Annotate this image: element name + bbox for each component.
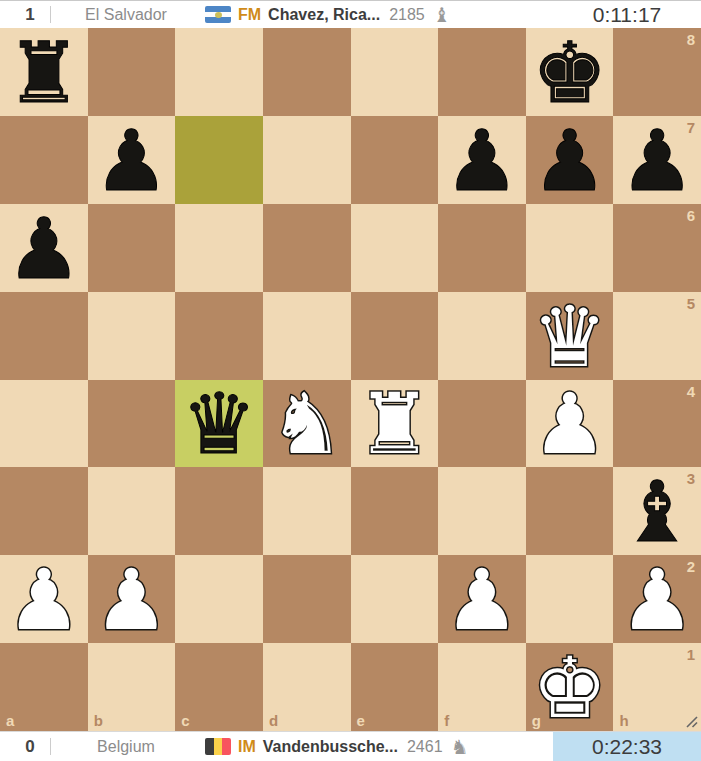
square-h5[interactable]: 5 — [613, 292, 701, 380]
square-g1[interactable]: ♚g — [526, 643, 614, 731]
rank-label-5: 5 — [687, 296, 695, 311]
square-b2[interactable]: ♟ — [88, 555, 176, 643]
knight-material-icon: ♞ — [451, 737, 469, 757]
square-d4[interactable]: ♞ — [263, 380, 351, 468]
square-h8[interactable]: 8 — [613, 28, 701, 116]
file-label-e: e — [357, 713, 365, 728]
top-player-title: FM — [238, 6, 261, 24]
file-label-a: a — [6, 713, 14, 728]
square-b7[interactable]: ♟ — [88, 116, 176, 204]
square-h1[interactable]: h1 — [613, 643, 701, 731]
piece-black-rook[interactable]: ♜ — [6, 31, 81, 115]
square-d6[interactable] — [263, 204, 351, 292]
chess-board: ♜♚8♟♟♟♟7♟6♛5♛♞♜♟4♝3♟♟♟♟2abcdef♚gh1 — [0, 28, 701, 731]
el-salvador-flag-icon — [205, 6, 231, 23]
square-g2[interactable] — [526, 555, 614, 643]
rank-label-3: 3 — [687, 471, 695, 486]
square-b4[interactable] — [88, 380, 176, 468]
broadcast-game-view: 1 El Salvador FM Chavez, Rica... 2185 ♝ … — [0, 0, 701, 761]
square-d7[interactable] — [263, 116, 351, 204]
square-d2[interactable] — [263, 555, 351, 643]
square-d3[interactable] — [263, 467, 351, 555]
top-player-team: El Salvador — [51, 6, 201, 24]
square-e8[interactable] — [351, 28, 439, 116]
square-e3[interactable] — [351, 467, 439, 555]
square-f3[interactable] — [438, 467, 526, 555]
belgium-flag-icon — [205, 738, 231, 755]
square-a2[interactable]: ♟ — [0, 555, 88, 643]
square-b8[interactable] — [88, 28, 176, 116]
square-e6[interactable] — [351, 204, 439, 292]
square-e4[interactable]: ♜ — [351, 380, 439, 468]
bottom-player-rating: 2461 — [407, 738, 443, 756]
rank-label-7: 7 — [687, 120, 695, 135]
board-resize-handle-icon[interactable] — [684, 714, 699, 729]
square-f8[interactable] — [438, 28, 526, 116]
square-a5[interactable] — [0, 292, 88, 380]
square-a6[interactable]: ♟ — [0, 204, 88, 292]
file-label-c: c — [181, 713, 189, 728]
piece-white-king[interactable]: ♚ — [532, 646, 607, 730]
square-e7[interactable] — [351, 116, 439, 204]
rank-label-2: 2 — [687, 559, 695, 574]
bottom-player-title: IM — [238, 738, 256, 756]
square-d8[interactable] — [263, 28, 351, 116]
square-b5[interactable] — [88, 292, 176, 380]
rank-label-4: 4 — [687, 384, 695, 399]
square-h3[interactable]: ♝3 — [613, 467, 701, 555]
rank-label-1: 1 — [687, 647, 695, 662]
square-b1[interactable]: b — [88, 643, 176, 731]
piece-black-queen[interactable]: ♛ — [181, 382, 256, 466]
square-f7[interactable]: ♟ — [438, 116, 526, 204]
square-h6[interactable]: 6 — [613, 204, 701, 292]
piece-white-pawn[interactable]: ♟ — [6, 558, 81, 642]
square-a3[interactable] — [0, 467, 88, 555]
square-b6[interactable] — [88, 204, 176, 292]
piece-black-pawn[interactable]: ♟ — [620, 119, 695, 203]
piece-white-pawn[interactable]: ♟ — [620, 558, 695, 642]
square-d1[interactable]: d — [263, 643, 351, 731]
piece-white-pawn[interactable]: ♟ — [532, 382, 607, 466]
square-c7[interactable] — [175, 116, 263, 204]
square-a8[interactable]: ♜ — [0, 28, 88, 116]
square-c8[interactable] — [175, 28, 263, 116]
square-c1[interactable]: c — [175, 643, 263, 731]
bottom-player-name[interactable]: Vandenbussche... — [263, 738, 398, 756]
square-c3[interactable] — [175, 467, 263, 555]
piece-black-bishop[interactable]: ♝ — [620, 470, 695, 554]
square-a7[interactable] — [0, 116, 88, 204]
file-label-b: b — [94, 713, 103, 728]
piece-white-rook[interactable]: ♜ — [357, 382, 432, 466]
top-player-score: 1 — [10, 5, 50, 25]
top-player-name[interactable]: Chavez, Rica... — [268, 6, 380, 24]
square-g8[interactable]: ♚ — [526, 28, 614, 116]
square-e1[interactable]: e — [351, 643, 439, 731]
top-player-rating: 2185 — [389, 6, 425, 24]
square-g4[interactable]: ♟ — [526, 380, 614, 468]
square-f5[interactable] — [438, 292, 526, 380]
square-d5[interactable] — [263, 292, 351, 380]
bishop-material-icon: ♝ — [433, 5, 451, 25]
piece-white-queen[interactable]: ♛ — [532, 295, 607, 379]
piece-white-pawn[interactable]: ♟ — [94, 558, 169, 642]
file-label-g: g — [532, 713, 541, 728]
square-h7[interactable]: ♟7 — [613, 116, 701, 204]
piece-white-pawn[interactable]: ♟ — [444, 558, 519, 642]
square-g3[interactable] — [526, 467, 614, 555]
square-b3[interactable] — [88, 467, 176, 555]
rank-label-8: 8 — [687, 32, 695, 47]
square-c4[interactable]: ♛ — [175, 380, 263, 468]
bottom-player-score: 0 — [10, 737, 50, 757]
piece-white-knight[interactable]: ♞ — [269, 382, 344, 466]
square-a4[interactable] — [0, 380, 88, 468]
bottom-player-team: Belgium — [51, 738, 201, 756]
square-c5[interactable] — [175, 292, 263, 380]
square-f4[interactable] — [438, 380, 526, 468]
square-c2[interactable] — [175, 555, 263, 643]
piece-black-pawn[interactable]: ♟ — [532, 119, 607, 203]
square-c6[interactable] — [175, 204, 263, 292]
square-e2[interactable] — [351, 555, 439, 643]
piece-black-pawn[interactable]: ♟ — [444, 119, 519, 203]
square-g7[interactable]: ♟ — [526, 116, 614, 204]
piece-black-pawn[interactable]: ♟ — [6, 207, 81, 291]
square-f1[interactable]: f — [438, 643, 526, 731]
square-f6[interactable] — [438, 204, 526, 292]
square-h4[interactable]: 4 — [613, 380, 701, 468]
square-g6[interactable] — [526, 204, 614, 292]
file-label-d: d — [269, 713, 278, 728]
piece-black-pawn[interactable]: ♟ — [94, 119, 169, 203]
rank-label-6: 6 — [687, 208, 695, 223]
piece-black-king[interactable]: ♚ — [532, 31, 607, 115]
file-label-h: h — [619, 713, 628, 728]
square-h2[interactable]: ♟2 — [613, 555, 701, 643]
square-a1[interactable]: a — [0, 643, 88, 731]
square-f2[interactable]: ♟ — [438, 555, 526, 643]
square-g5[interactable]: ♛ — [526, 292, 614, 380]
square-e5[interactable] — [351, 292, 439, 380]
file-label-f: f — [444, 713, 449, 728]
